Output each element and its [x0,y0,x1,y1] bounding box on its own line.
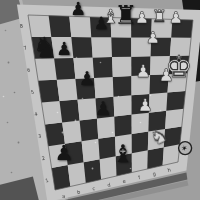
piece-black-knight: ♞ [32,34,57,62]
piece-black-bishop: ♝ [112,142,134,166]
photo-scene: abcdefgh12345678✶ ♟♜♝♟♟♜♟♟♟♞♟♚♟♟♟♟♞♟♝ [0,0,200,200]
piece-black-pawn: ♟ [78,69,95,88]
piece-white-pawn: ♟ [158,67,173,84]
pieces-layer: ♟♜♝♟♟♜♟♟♟♞♟♚♟♟♟♟♞♟♝ [0,0,200,200]
piece-black-pawn: ♟ [93,15,108,32]
piece-black-pawn: ♟ [55,143,74,164]
piece-white-pawn: ♟ [169,10,183,26]
piece-black-rook: ♜ [114,2,137,28]
piece-white-pawn: ♟ [135,63,150,80]
piece-white-rook: ♜ [151,8,166,25]
piece-black-pawn: ♟ [56,40,72,58]
piece-white-pawn: ♟ [137,97,152,114]
piece-white-knight: ♞ [147,124,170,148]
piece-white-pawn: ♟ [146,30,160,46]
piece-black-pawn: ♟ [70,0,86,18]
piece-black-pawn: ♟ [94,99,111,118]
